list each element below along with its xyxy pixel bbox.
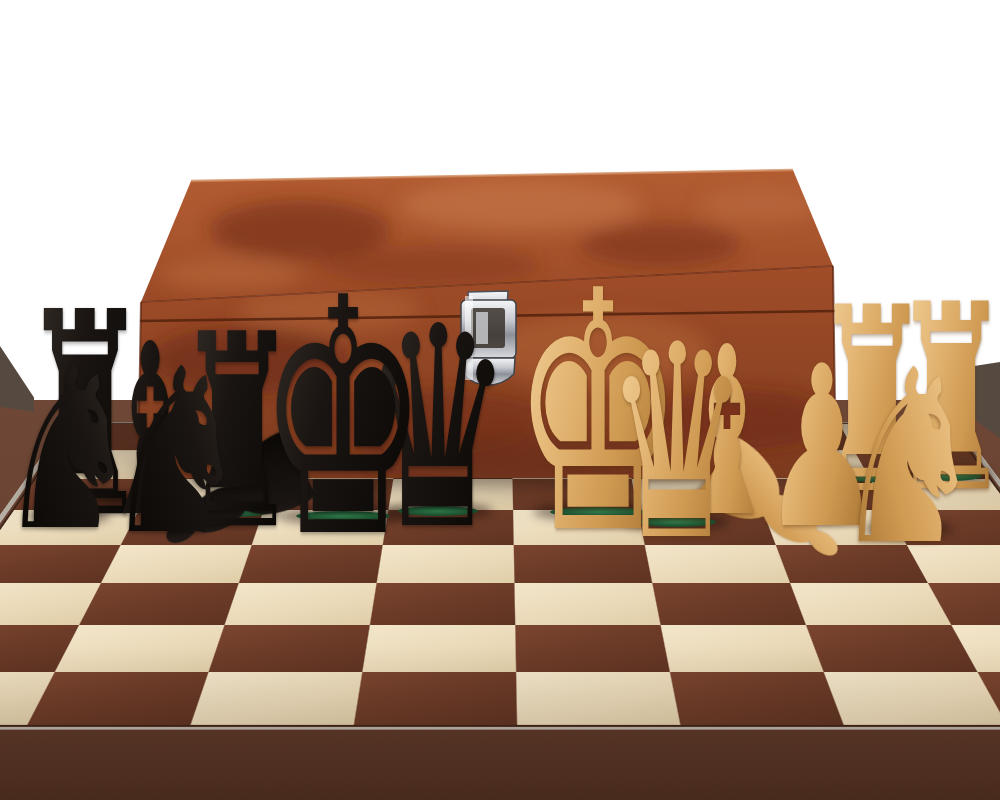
board-square <box>806 625 978 672</box>
board-square <box>824 672 1000 725</box>
black-king-piece: ♚ <box>258 255 428 582</box>
board-square <box>55 625 225 672</box>
product-photo-chess-set: { "game": "chess", "scene_type": "produc… <box>0 0 1000 800</box>
board-square <box>27 672 208 725</box>
board-square <box>661 625 824 672</box>
board-square <box>209 625 370 672</box>
natural-queen-piece: ♛ <box>605 309 749 577</box>
board-square <box>191 672 363 725</box>
board-square <box>670 672 844 725</box>
black-knight-2-piece: ♞ <box>102 338 249 566</box>
board-square <box>354 672 517 725</box>
board-square <box>362 625 516 672</box>
board-square <box>515 625 670 672</box>
board-square <box>516 672 680 725</box>
natural-knight-piece: ♞ <box>831 338 986 578</box>
